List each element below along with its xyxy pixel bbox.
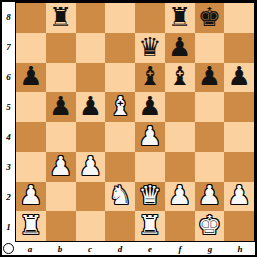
square-b7[interactable] bbox=[46, 33, 76, 63]
black-pawn: ♟ bbox=[79, 93, 102, 119]
black-pawn: ♟ bbox=[168, 34, 191, 60]
rank-label-5: 5 bbox=[2, 92, 15, 122]
square-b3[interactable]: ♟ bbox=[46, 152, 76, 182]
square-f6[interactable]: ♝ bbox=[165, 63, 195, 93]
rank-labels-column: 87654321 bbox=[2, 2, 15, 242]
square-h3[interactable] bbox=[224, 152, 254, 182]
square-f8[interactable]: ♜ bbox=[165, 3, 195, 33]
black-rook: ♜ bbox=[168, 4, 191, 30]
white-king: ♚ bbox=[198, 212, 221, 238]
black-pawn: ♟ bbox=[227, 63, 250, 89]
square-h4[interactable] bbox=[224, 122, 254, 152]
square-d8[interactable] bbox=[105, 3, 135, 33]
square-f4[interactable] bbox=[165, 122, 195, 152]
square-b4[interactable] bbox=[46, 122, 76, 152]
black-bishop: ♝ bbox=[168, 63, 191, 89]
side-to-move-indicator bbox=[3, 243, 14, 254]
square-g7[interactable] bbox=[195, 33, 225, 63]
black-bishop: ♝ bbox=[138, 63, 161, 89]
file-label-h: h bbox=[225, 242, 255, 255]
black-pawn: ♟ bbox=[198, 63, 221, 89]
square-c5[interactable]: ♟ bbox=[76, 92, 106, 122]
bottom-left-corner bbox=[2, 242, 15, 255]
file-label-e: e bbox=[135, 242, 165, 255]
square-a8[interactable] bbox=[16, 3, 46, 33]
file-label-c: c bbox=[75, 242, 105, 255]
chess-diagram: 87654321 ♜♜♚♛♟♟♝♝♟♟♟♟♝♟♟♟♟♟♞♛♟♟♟♜♜♚ abcd… bbox=[0, 0, 257, 257]
white-pawn: ♟ bbox=[168, 182, 191, 208]
square-e8[interactable] bbox=[135, 3, 165, 33]
square-h5[interactable] bbox=[224, 92, 254, 122]
square-d5[interactable]: ♝ bbox=[105, 92, 135, 122]
square-c3[interactable]: ♟ bbox=[76, 152, 106, 182]
white-pawn: ♟ bbox=[79, 153, 102, 179]
square-d3[interactable] bbox=[105, 152, 135, 182]
white-rook: ♜ bbox=[138, 212, 161, 238]
square-c1[interactable] bbox=[76, 211, 106, 241]
square-f2[interactable]: ♟ bbox=[165, 182, 195, 212]
square-a1[interactable]: ♜ bbox=[16, 211, 46, 241]
file-label-a: a bbox=[15, 242, 45, 255]
square-e6[interactable]: ♝ bbox=[135, 63, 165, 93]
square-d4[interactable] bbox=[105, 122, 135, 152]
square-d7[interactable] bbox=[105, 33, 135, 63]
square-f5[interactable] bbox=[165, 92, 195, 122]
square-c8[interactable] bbox=[76, 3, 106, 33]
rank-label-1: 1 bbox=[2, 212, 15, 242]
square-h6[interactable]: ♟ bbox=[224, 63, 254, 93]
square-c4[interactable] bbox=[76, 122, 106, 152]
white-bishop: ♝ bbox=[108, 93, 131, 119]
black-rook: ♜ bbox=[49, 4, 72, 30]
rank-label-6: 6 bbox=[2, 62, 15, 92]
rank-label-7: 7 bbox=[2, 32, 15, 62]
square-b6[interactable] bbox=[46, 63, 76, 93]
square-e3[interactable] bbox=[135, 152, 165, 182]
square-a7[interactable] bbox=[16, 33, 46, 63]
square-h2[interactable]: ♟ bbox=[224, 182, 254, 212]
white-queen: ♛ bbox=[138, 182, 161, 208]
black-king: ♚ bbox=[198, 4, 221, 30]
square-a4[interactable] bbox=[16, 122, 46, 152]
square-a6[interactable]: ♟ bbox=[16, 63, 46, 93]
white-pawn: ♟ bbox=[49, 153, 72, 179]
square-a2[interactable]: ♟ bbox=[16, 182, 46, 212]
square-d2[interactable]: ♞ bbox=[105, 182, 135, 212]
black-pawn: ♟ bbox=[138, 93, 161, 119]
square-g4[interactable] bbox=[195, 122, 225, 152]
square-e1[interactable]: ♜ bbox=[135, 211, 165, 241]
file-label-d: d bbox=[105, 242, 135, 255]
square-h8[interactable] bbox=[224, 3, 254, 33]
white-pawn: ♟ bbox=[227, 182, 250, 208]
square-e7[interactable]: ♛ bbox=[135, 33, 165, 63]
square-d1[interactable] bbox=[105, 211, 135, 241]
square-f7[interactable]: ♟ bbox=[165, 33, 195, 63]
square-g6[interactable]: ♟ bbox=[195, 63, 225, 93]
file-label-f: f bbox=[165, 242, 195, 255]
square-g1[interactable]: ♚ bbox=[195, 211, 225, 241]
chess-board: ♜♜♚♛♟♟♝♝♟♟♟♟♝♟♟♟♟♟♞♛♟♟♟♜♜♚ bbox=[15, 2, 255, 242]
white-knight: ♞ bbox=[108, 182, 131, 208]
square-g2[interactable]: ♟ bbox=[195, 182, 225, 212]
rank-label-2: 2 bbox=[2, 182, 15, 212]
white-pawn: ♟ bbox=[198, 182, 221, 208]
square-c7[interactable] bbox=[76, 33, 106, 63]
square-f1[interactable] bbox=[165, 211, 195, 241]
square-g3[interactable] bbox=[195, 152, 225, 182]
square-b8[interactable]: ♜ bbox=[46, 3, 76, 33]
square-c2[interactable] bbox=[76, 182, 106, 212]
rank-label-8: 8 bbox=[2, 2, 15, 32]
white-pawn: ♟ bbox=[19, 182, 42, 208]
square-h7[interactable] bbox=[224, 33, 254, 63]
file-label-b: b bbox=[45, 242, 75, 255]
black-queen: ♛ bbox=[138, 34, 161, 60]
square-a5[interactable] bbox=[16, 92, 46, 122]
square-f3[interactable] bbox=[165, 152, 195, 182]
square-g8[interactable]: ♚ bbox=[195, 3, 225, 33]
square-c6[interactable] bbox=[76, 63, 106, 93]
square-e4[interactable]: ♟ bbox=[135, 122, 165, 152]
square-a3[interactable] bbox=[16, 152, 46, 182]
file-labels-row: abcdefgh bbox=[15, 242, 255, 255]
white-pawn: ♟ bbox=[138, 123, 161, 149]
rank-label-4: 4 bbox=[2, 122, 15, 152]
square-g5[interactable] bbox=[195, 92, 225, 122]
black-pawn: ♟ bbox=[19, 63, 42, 89]
white-rook: ♜ bbox=[19, 212, 42, 238]
rank-label-3: 3 bbox=[2, 152, 15, 182]
file-label-g: g bbox=[195, 242, 225, 255]
square-b2[interactable] bbox=[46, 182, 76, 212]
square-e5[interactable]: ♟ bbox=[135, 92, 165, 122]
square-d6[interactable] bbox=[105, 63, 135, 93]
square-b1[interactable] bbox=[46, 211, 76, 241]
square-b5[interactable]: ♟ bbox=[46, 92, 76, 122]
black-pawn: ♟ bbox=[49, 93, 72, 119]
square-e2[interactable]: ♛ bbox=[135, 182, 165, 212]
square-h1[interactable] bbox=[224, 211, 254, 241]
